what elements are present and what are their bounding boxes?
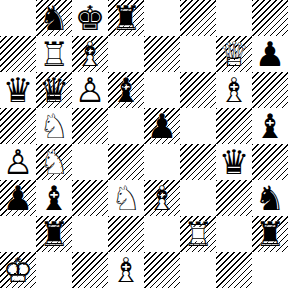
piece-white-pawn-c6[interactable]: ♟♙ [72, 72, 108, 108]
square-d2[interactable] [108, 216, 144, 252]
piece-black-rook-b2[interactable]: ♜ [36, 216, 72, 252]
square-b4[interactable]: ♞♘ [36, 144, 72, 180]
piece-white-pawn-a4[interactable]: ♟♙ [0, 144, 36, 180]
square-d3[interactable]: ♞♘ [108, 180, 144, 216]
square-h4[interactable] [252, 144, 288, 180]
square-c4[interactable] [72, 144, 108, 180]
square-a8[interactable] [0, 0, 36, 36]
piece-white-bishop-d1[interactable]: ♝♗ [108, 252, 144, 288]
piece-white-rook-f2[interactable]: ♜♖ [180, 216, 216, 252]
square-e8[interactable] [144, 0, 180, 36]
square-d5[interactable] [108, 108, 144, 144]
piece-black-bishop-b3[interactable]: ♝ [36, 180, 72, 216]
piece-white-bishop-g6[interactable]: ♝♗ [216, 72, 252, 108]
piece-black-knight-b8[interactable]: ♞ [36, 0, 72, 36]
piece-black-pawn-a3[interactable]: ♟ [0, 180, 36, 216]
square-h7[interactable]: ♟ [252, 36, 288, 72]
square-g5[interactable] [216, 108, 252, 144]
piece-white-knight-d3[interactable]: ♞♘ [108, 180, 144, 216]
square-d7[interactable] [108, 36, 144, 72]
square-f6[interactable] [180, 72, 216, 108]
square-g2[interactable] [216, 216, 252, 252]
square-d8[interactable]: ♜ [108, 0, 144, 36]
square-g6[interactable]: ♝♗ [216, 72, 252, 108]
square-g7[interactable]: ♛♕ [216, 36, 252, 72]
square-h2[interactable]: ♜ [252, 216, 288, 252]
square-a1[interactable]: ♚♔ [0, 252, 36, 288]
square-a2[interactable] [0, 216, 36, 252]
square-d4[interactable] [108, 144, 144, 180]
piece-white-bishop-c7[interactable]: ♝♗ [72, 36, 108, 72]
square-a3[interactable]: ♟ [0, 180, 36, 216]
square-d1[interactable]: ♝♗ [108, 252, 144, 288]
piece-black-rook-h2[interactable]: ♜ [252, 216, 288, 252]
square-a7[interactable] [0, 36, 36, 72]
square-h5[interactable]: ♝ [252, 108, 288, 144]
square-e5[interactable]: ♟ [144, 108, 180, 144]
square-a6[interactable]: ♛ [0, 72, 36, 108]
square-c6[interactable]: ♟♙ [72, 72, 108, 108]
square-b6[interactable]: ♛ [36, 72, 72, 108]
square-b7[interactable]: ♜♖ [36, 36, 72, 72]
piece-black-queen-a6[interactable]: ♛ [0, 72, 36, 108]
square-a4[interactable]: ♟♙ [0, 144, 36, 180]
square-b3[interactable]: ♝ [36, 180, 72, 216]
square-f7[interactable] [180, 36, 216, 72]
square-f2[interactable]: ♜♖ [180, 216, 216, 252]
square-g3[interactable] [216, 180, 252, 216]
piece-black-pawn-h7[interactable]: ♟ [252, 36, 288, 72]
square-e3[interactable]: ♝♗ [144, 180, 180, 216]
square-c1[interactable] [72, 252, 108, 288]
square-h1[interactable] [252, 252, 288, 288]
square-h6[interactable] [252, 72, 288, 108]
square-b8[interactable]: ♞ [36, 0, 72, 36]
square-f3[interactable] [180, 180, 216, 216]
piece-black-knight-h3[interactable]: ♞ [252, 180, 288, 216]
piece-black-rook-d8[interactable]: ♜ [108, 0, 144, 36]
square-c7[interactable]: ♝♗ [72, 36, 108, 72]
piece-white-bishop-e3[interactable]: ♝♗ [144, 180, 180, 216]
piece-white-king-a1[interactable]: ♚♔ [0, 252, 36, 288]
piece-black-queen-g4[interactable]: ♛ [216, 144, 252, 180]
square-f1[interactable] [180, 252, 216, 288]
square-e2[interactable] [144, 216, 180, 252]
square-c3[interactable] [72, 180, 108, 216]
piece-black-king-c8[interactable]: ♚ [72, 0, 108, 36]
square-b2[interactable]: ♜ [36, 216, 72, 252]
square-e7[interactable] [144, 36, 180, 72]
square-e4[interactable] [144, 144, 180, 180]
square-g8[interactable] [216, 0, 252, 36]
piece-black-queen-b6[interactable]: ♛ [36, 72, 72, 108]
square-h8[interactable] [252, 0, 288, 36]
piece-black-bishop-d6[interactable]: ♝ [108, 72, 144, 108]
square-f4[interactable] [180, 144, 216, 180]
piece-black-pawn-e5[interactable]: ♟ [144, 108, 180, 144]
square-g1[interactable] [216, 252, 252, 288]
square-d6[interactable]: ♝ [108, 72, 144, 108]
square-c8[interactable]: ♚ [72, 0, 108, 36]
square-f5[interactable] [180, 108, 216, 144]
piece-white-knight-b4[interactable]: ♞♘ [36, 144, 72, 180]
piece-white-rook-b7[interactable]: ♜♖ [36, 36, 72, 72]
square-b5[interactable]: ♞♘ [36, 108, 72, 144]
square-e1[interactable] [144, 252, 180, 288]
piece-black-bishop-h5[interactable]: ♝ [252, 108, 288, 144]
piece-white-knight-b5[interactable]: ♞♘ [36, 108, 72, 144]
square-a5[interactable] [0, 108, 36, 144]
square-f8[interactable] [180, 0, 216, 36]
square-b1[interactable] [36, 252, 72, 288]
chess-board: ♞♚♜♜♖♝♗♛♕♟♛♛♟♙♝♝♗♞♘♟♝♟♙♞♘♛♟♝♞♘♝♗♞♜♜♖♜♚♔♝… [0, 0, 288, 288]
square-c2[interactable] [72, 216, 108, 252]
square-h3[interactable]: ♞ [252, 180, 288, 216]
square-g4[interactable]: ♛ [216, 144, 252, 180]
square-e6[interactable] [144, 72, 180, 108]
piece-white-queen-g7[interactable]: ♛♕ [216, 36, 252, 72]
square-c5[interactable] [72, 108, 108, 144]
